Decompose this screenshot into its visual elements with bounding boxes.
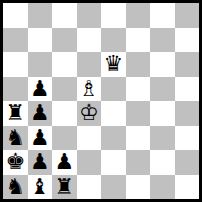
chess-board: ♛♟♗♜♟♔♞♟♚♟♟♞♝♜	[0, 0, 202, 202]
square-f2[interactable]	[126, 150, 151, 175]
square-a2[interactable]: ♚	[3, 150, 28, 175]
black-knight-icon: ♞	[5, 176, 25, 198]
square-e4[interactable]	[101, 101, 126, 126]
square-b6[interactable]	[28, 52, 53, 77]
square-f4[interactable]	[126, 101, 151, 126]
square-g7[interactable]	[150, 28, 175, 53]
white-king-icon: ♔	[79, 102, 99, 124]
black-pawn-icon: ♟	[30, 151, 50, 173]
square-b2[interactable]: ♟	[28, 150, 53, 175]
black-pawn-icon: ♟	[30, 78, 50, 100]
square-e2[interactable]	[101, 150, 126, 175]
square-a3[interactable]: ♞	[3, 126, 28, 151]
black-pawn-icon: ♟	[54, 151, 74, 173]
square-d7[interactable]	[77, 28, 102, 53]
square-c8[interactable]	[52, 3, 77, 28]
square-g2[interactable]	[150, 150, 175, 175]
square-c6[interactable]	[52, 52, 77, 77]
square-c3[interactable]	[52, 126, 77, 151]
square-f8[interactable]	[126, 3, 151, 28]
square-d8[interactable]	[77, 3, 102, 28]
square-h2[interactable]	[175, 150, 200, 175]
square-c4[interactable]	[52, 101, 77, 126]
square-h3[interactable]	[175, 126, 200, 151]
square-g4[interactable]	[150, 101, 175, 126]
square-h5[interactable]	[175, 77, 200, 102]
square-e3[interactable]	[101, 126, 126, 151]
square-h8[interactable]	[175, 3, 200, 28]
black-king-icon: ♚	[5, 151, 25, 173]
black-bishop-icon: ♝	[30, 176, 50, 198]
square-d4[interactable]: ♔	[77, 101, 102, 126]
square-g1[interactable]	[150, 175, 175, 200]
square-a8[interactable]	[3, 3, 28, 28]
square-d5[interactable]: ♗	[77, 77, 102, 102]
square-h1[interactable]	[175, 175, 200, 200]
square-e7[interactable]	[101, 28, 126, 53]
square-a1[interactable]: ♞	[3, 175, 28, 200]
square-e8[interactable]	[101, 3, 126, 28]
square-d2[interactable]	[77, 150, 102, 175]
square-c7[interactable]	[52, 28, 77, 53]
black-queen-icon: ♛	[103, 53, 123, 75]
black-pawn-icon: ♟	[30, 102, 50, 124]
square-f5[interactable]	[126, 77, 151, 102]
square-c5[interactable]	[52, 77, 77, 102]
square-d3[interactable]	[77, 126, 102, 151]
square-g5[interactable]	[150, 77, 175, 102]
square-f6[interactable]	[126, 52, 151, 77]
square-a5[interactable]	[3, 77, 28, 102]
black-pawn-icon: ♟	[30, 127, 50, 149]
square-f1[interactable]	[126, 175, 151, 200]
square-b1[interactable]: ♝	[28, 175, 53, 200]
square-a4[interactable]: ♜	[3, 101, 28, 126]
square-b8[interactable]	[28, 3, 53, 28]
square-a7[interactable]	[3, 28, 28, 53]
square-e6[interactable]: ♛	[101, 52, 126, 77]
square-h6[interactable]	[175, 52, 200, 77]
black-rook-icon: ♜	[54, 176, 74, 198]
square-d1[interactable]	[77, 175, 102, 200]
square-f3[interactable]	[126, 126, 151, 151]
square-b5[interactable]: ♟	[28, 77, 53, 102]
square-h4[interactable]	[175, 101, 200, 126]
square-g3[interactable]	[150, 126, 175, 151]
square-a6[interactable]	[3, 52, 28, 77]
square-c1[interactable]: ♜	[52, 175, 77, 200]
square-h7[interactable]	[175, 28, 200, 53]
black-rook-icon: ♜	[5, 102, 25, 124]
square-c2[interactable]: ♟	[52, 150, 77, 175]
square-g6[interactable]	[150, 52, 175, 77]
square-b7[interactable]	[28, 28, 53, 53]
square-e5[interactable]	[101, 77, 126, 102]
square-b3[interactable]: ♟	[28, 126, 53, 151]
white-bishop-icon: ♗	[79, 78, 99, 100]
square-g8[interactable]	[150, 3, 175, 28]
square-e1[interactable]	[101, 175, 126, 200]
black-knight-icon: ♞	[5, 127, 25, 149]
square-b4[interactable]: ♟	[28, 101, 53, 126]
square-d6[interactable]	[77, 52, 102, 77]
square-f7[interactable]	[126, 28, 151, 53]
